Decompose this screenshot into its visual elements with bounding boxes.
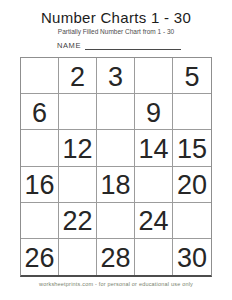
- filled-chart-cell: 6: [21, 94, 59, 130]
- number-chart-grid: 235691214151618202224262830: [20, 57, 212, 277]
- page-subtitle: Partially Filled Number Chart from 1 - 3…: [0, 28, 232, 35]
- filled-chart-cell: 30: [173, 239, 211, 275]
- filled-chart-cell: 15: [173, 130, 211, 166]
- filled-chart-cell: 9: [135, 94, 173, 130]
- empty-chart-cell: [97, 203, 135, 239]
- name-label: NAME: [57, 41, 81, 50]
- empty-chart-cell: [21, 58, 59, 94]
- empty-chart-cell: [173, 203, 211, 239]
- chart-number: 9: [146, 97, 161, 127]
- page-title: Number Charts 1 - 30: [0, 9, 232, 26]
- filled-chart-cell: 22: [59, 203, 97, 239]
- chart-number: 22: [62, 205, 92, 235]
- name-blank-line: [85, 40, 181, 50]
- chart-number: 30: [177, 242, 207, 272]
- filled-chart-cell: 14: [135, 130, 173, 166]
- empty-chart-cell: [135, 58, 173, 94]
- chart-number: 28: [100, 242, 130, 272]
- empty-chart-cell: [97, 94, 135, 130]
- chart-number: 5: [184, 61, 199, 91]
- empty-chart-cell: [135, 239, 173, 275]
- chart-number: 24: [138, 205, 168, 235]
- empty-chart-cell: [59, 239, 97, 275]
- filled-chart-cell: 20: [173, 167, 211, 203]
- empty-chart-cell: [21, 203, 59, 239]
- filled-chart-cell: 12: [59, 130, 97, 166]
- chart-number: 3: [108, 61, 123, 91]
- chart-number: 16: [24, 169, 54, 199]
- filled-chart-cell: 3: [97, 58, 135, 94]
- empty-chart-cell: [21, 130, 59, 166]
- chart-number: 20: [177, 169, 207, 199]
- chart-number: 15: [177, 133, 207, 163]
- chart-number: 12: [62, 133, 92, 163]
- chart-number: 6: [32, 97, 47, 127]
- chart-number: 18: [100, 169, 130, 199]
- filled-chart-cell: 26: [21, 239, 59, 275]
- filled-chart-cell: 5: [173, 58, 211, 94]
- filled-chart-cell: 16: [21, 167, 59, 203]
- chart-number: 2: [70, 61, 85, 91]
- worksheet-page: Number Charts 1 - 30 Partially Filled Nu…: [0, 0, 232, 300]
- chart-number: 14: [138, 133, 168, 163]
- empty-chart-cell: [59, 167, 97, 203]
- filled-chart-cell: 28: [97, 239, 135, 275]
- filled-chart-cell: 24: [135, 203, 173, 239]
- empty-chart-cell: [97, 130, 135, 166]
- empty-chart-cell: [59, 94, 97, 130]
- filled-chart-cell: 18: [97, 167, 135, 203]
- filled-chart-cell: 2: [59, 58, 97, 94]
- name-row: NAME: [57, 40, 181, 50]
- chart-number: 26: [24, 242, 54, 272]
- footer-credit: worksheetprints.com - for personal or ed…: [0, 281, 232, 287]
- empty-chart-cell: [135, 167, 173, 203]
- empty-chart-cell: [173, 94, 211, 130]
